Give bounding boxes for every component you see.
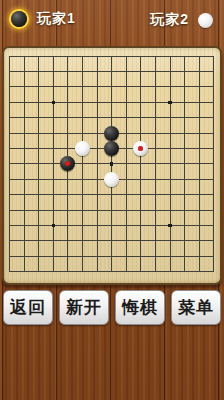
player1-label: 玩家1 bbox=[37, 10, 76, 28]
toolbar: 返回新开悔棋菜单 bbox=[0, 290, 224, 325]
last-move-marker bbox=[65, 161, 70, 166]
black-stone bbox=[104, 141, 119, 156]
star-point bbox=[168, 224, 171, 227]
undo-button[interactable]: 悔棋 bbox=[115, 290, 165, 325]
white-stone bbox=[75, 141, 90, 156]
star-point bbox=[110, 162, 113, 165]
star-point bbox=[168, 101, 171, 104]
board-grid bbox=[4, 48, 220, 283]
star-point bbox=[52, 101, 55, 104]
star-point bbox=[52, 224, 55, 227]
black-stone bbox=[104, 126, 119, 141]
back-button[interactable]: 返回 bbox=[3, 290, 53, 325]
player2-label: 玩家2 bbox=[150, 11, 189, 29]
player1-indicator: 玩家1 bbox=[11, 10, 76, 28]
menu-button[interactable]: 菜单 bbox=[171, 290, 221, 325]
player2-indicator: 玩家2 bbox=[150, 11, 213, 29]
last-move-marker bbox=[138, 146, 143, 151]
gomoku-app-screen: 玩家1 玩家2 返回新开悔棋菜单 bbox=[0, 0, 224, 400]
white-stone bbox=[104, 172, 119, 187]
player1-black-stone-icon bbox=[11, 11, 27, 27]
player-status-bar: 玩家1 玩家2 bbox=[0, 0, 224, 44]
player2-white-stone-icon bbox=[198, 13, 213, 28]
new-game-button[interactable]: 新开 bbox=[59, 290, 109, 325]
gomoku-board[interactable] bbox=[2, 46, 222, 285]
